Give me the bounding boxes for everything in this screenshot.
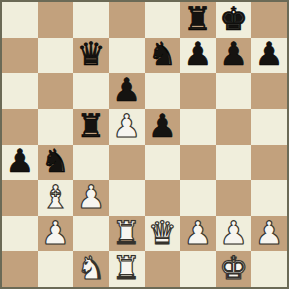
piece-black-knight[interactable]: ♞ xyxy=(41,145,70,177)
square-g8[interactable]: ♚ xyxy=(216,2,252,38)
square-e2[interactable]: ♛ xyxy=(145,216,181,252)
square-c8[interactable] xyxy=(73,2,109,38)
square-d1[interactable]: ♜ xyxy=(109,251,145,287)
square-g7[interactable]: ♟ xyxy=(216,38,252,74)
square-d5[interactable]: ♟ xyxy=(109,109,145,145)
square-b5[interactable] xyxy=(38,109,74,145)
square-h1[interactable] xyxy=(251,251,287,287)
piece-black-rook[interactable]: ♜ xyxy=(184,3,213,35)
square-c1[interactable]: ♞ xyxy=(73,251,109,287)
square-g5[interactable] xyxy=(216,109,252,145)
piece-white-bishop[interactable]: ♝ xyxy=(41,181,70,213)
square-b2[interactable]: ♟ xyxy=(38,216,74,252)
square-b6[interactable] xyxy=(38,73,74,109)
piece-white-pawn[interactable]: ♟ xyxy=(41,217,70,249)
square-a2[interactable] xyxy=(2,216,38,252)
piece-white-rook[interactable]: ♜ xyxy=(112,217,141,249)
square-c7[interactable]: ♛ xyxy=(73,38,109,74)
square-a4[interactable]: ♟ xyxy=(2,145,38,181)
square-f3[interactable] xyxy=(180,180,216,216)
square-a7[interactable] xyxy=(2,38,38,74)
square-e4[interactable] xyxy=(145,145,181,181)
chess-board: ♜♚♛♞♟♟♟♟♜♟♟♟♞♝♟♟♜♛♟♟♟♞♜♚ xyxy=(0,0,289,289)
square-c3[interactable]: ♟ xyxy=(73,180,109,216)
piece-white-rook[interactable]: ♜ xyxy=(112,252,141,284)
square-h6[interactable] xyxy=(251,73,287,109)
square-g4[interactable] xyxy=(216,145,252,181)
square-a6[interactable] xyxy=(2,73,38,109)
square-d7[interactable] xyxy=(109,38,145,74)
square-h5[interactable] xyxy=(251,109,287,145)
square-d3[interactable] xyxy=(109,180,145,216)
piece-white-pawn[interactable]: ♟ xyxy=(255,217,284,249)
piece-white-pawn[interactable]: ♟ xyxy=(112,110,141,142)
piece-black-queen[interactable]: ♛ xyxy=(77,38,106,70)
square-f5[interactable] xyxy=(180,109,216,145)
square-f4[interactable] xyxy=(180,145,216,181)
square-c4[interactable] xyxy=(73,145,109,181)
square-b4[interactable]: ♞ xyxy=(38,145,74,181)
piece-white-pawn[interactable]: ♟ xyxy=(77,181,106,213)
square-f7[interactable]: ♟ xyxy=(180,38,216,74)
piece-black-pawn[interactable]: ♟ xyxy=(148,110,177,142)
piece-white-queen[interactable]: ♛ xyxy=(148,217,177,249)
square-e1[interactable] xyxy=(145,251,181,287)
square-g6[interactable] xyxy=(216,73,252,109)
piece-white-knight[interactable]: ♞ xyxy=(77,252,106,284)
piece-white-pawn[interactable]: ♟ xyxy=(184,217,213,249)
square-g1[interactable]: ♚ xyxy=(216,251,252,287)
square-h7[interactable]: ♟ xyxy=(251,38,287,74)
square-c6[interactable] xyxy=(73,73,109,109)
piece-black-king[interactable]: ♚ xyxy=(219,3,248,35)
square-d2[interactable]: ♜ xyxy=(109,216,145,252)
square-g2[interactable]: ♟ xyxy=(216,216,252,252)
piece-black-pawn[interactable]: ♟ xyxy=(112,74,141,106)
square-c5[interactable]: ♜ xyxy=(73,109,109,145)
square-d6[interactable]: ♟ xyxy=(109,73,145,109)
piece-black-pawn[interactable]: ♟ xyxy=(184,38,213,70)
square-f8[interactable]: ♜ xyxy=(180,2,216,38)
square-f6[interactable] xyxy=(180,73,216,109)
square-e3[interactable] xyxy=(145,180,181,216)
square-h8[interactable] xyxy=(251,2,287,38)
square-b8[interactable] xyxy=(38,2,74,38)
square-h2[interactable]: ♟ xyxy=(251,216,287,252)
piece-black-pawn[interactable]: ♟ xyxy=(219,38,248,70)
square-h4[interactable] xyxy=(251,145,287,181)
square-b7[interactable] xyxy=(38,38,74,74)
square-a8[interactable] xyxy=(2,2,38,38)
square-e7[interactable]: ♞ xyxy=(145,38,181,74)
square-f2[interactable]: ♟ xyxy=(180,216,216,252)
square-d8[interactable] xyxy=(109,2,145,38)
piece-black-pawn[interactable]: ♟ xyxy=(5,145,34,177)
square-g3[interactable] xyxy=(216,180,252,216)
square-a5[interactable] xyxy=(2,109,38,145)
square-a1[interactable] xyxy=(2,251,38,287)
square-e6[interactable] xyxy=(145,73,181,109)
piece-black-pawn[interactable]: ♟ xyxy=(255,38,284,70)
square-e8[interactable] xyxy=(145,2,181,38)
square-h3[interactable] xyxy=(251,180,287,216)
square-a3[interactable] xyxy=(2,180,38,216)
square-c2[interactable] xyxy=(73,216,109,252)
piece-white-pawn[interactable]: ♟ xyxy=(219,217,248,249)
square-e5[interactable]: ♟ xyxy=(145,109,181,145)
piece-black-rook[interactable]: ♜ xyxy=(77,110,106,142)
square-d4[interactable] xyxy=(109,145,145,181)
square-b1[interactable] xyxy=(38,251,74,287)
piece-black-knight[interactable]: ♞ xyxy=(148,38,177,70)
square-b3[interactable]: ♝ xyxy=(38,180,74,216)
square-f1[interactable] xyxy=(180,251,216,287)
piece-white-king[interactable]: ♚ xyxy=(219,252,248,284)
